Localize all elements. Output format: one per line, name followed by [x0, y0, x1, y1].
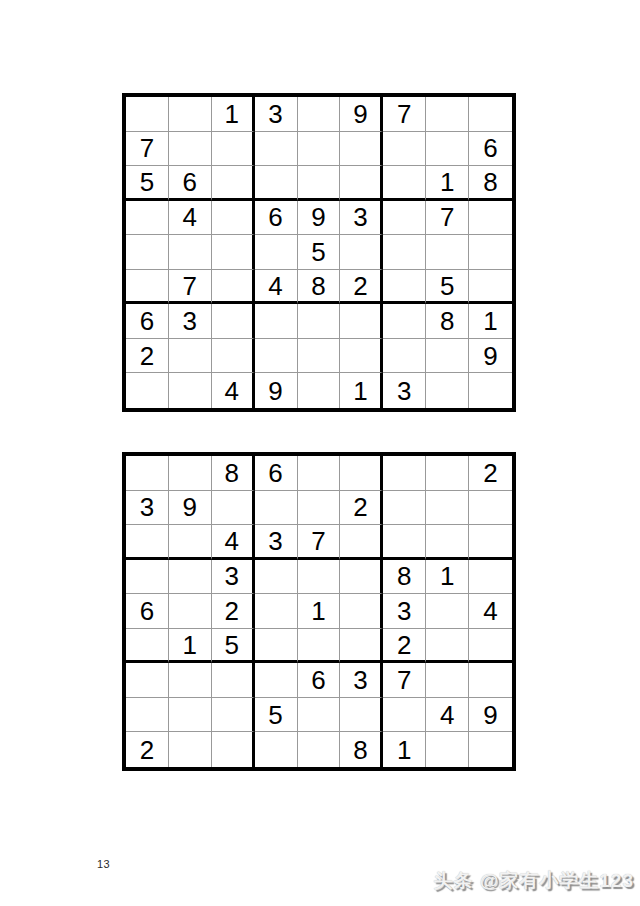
sudoku-cell: [126, 456, 169, 491]
sudoku-cell: [298, 560, 341, 595]
sudoku-cell: 9: [255, 373, 298, 408]
sudoku-cell: 9: [298, 201, 341, 236]
sudoku-cell: [255, 629, 298, 664]
sudoku-cell: 7: [126, 132, 169, 167]
sudoku-cell: [340, 339, 383, 374]
sudoku-cell: 6: [126, 304, 169, 339]
sudoku-cell: [426, 132, 469, 167]
sudoku-cell: 1: [298, 594, 341, 629]
sudoku-cell: [212, 663, 255, 698]
sudoku-cell: 4: [426, 698, 469, 733]
sudoku-cell: [298, 166, 341, 201]
sudoku-cell: 5: [298, 235, 341, 270]
sudoku-cell: 6: [298, 663, 341, 698]
sudoku-cell: [255, 491, 298, 526]
sudoku-cell: [298, 97, 341, 132]
sudoku-cell: [298, 698, 341, 733]
sudoku-cell: [169, 525, 212, 560]
sudoku-cell: [469, 235, 512, 270]
sudoku-cell: [340, 698, 383, 733]
sudoku-cell: [169, 663, 212, 698]
sudoku-cell: 5: [126, 166, 169, 201]
page-number: 13: [97, 858, 110, 870]
sudoku-cell: 6: [126, 594, 169, 629]
sudoku-cell: [169, 698, 212, 733]
sudoku-cell: 1: [169, 629, 212, 664]
sudoku-cell: [469, 560, 512, 595]
sudoku-cell: 2: [340, 491, 383, 526]
sudoku-cell: 4: [469, 594, 512, 629]
sudoku-cell: [340, 304, 383, 339]
sudoku-cell: [469, 270, 512, 305]
sudoku-cell: 6: [469, 132, 512, 167]
sudoku-cell: [383, 235, 426, 270]
sudoku-cell: [383, 166, 426, 201]
sudoku-cell: 6: [255, 201, 298, 236]
sudoku-cell: [169, 594, 212, 629]
sudoku-cell: 3: [383, 594, 426, 629]
sudoku-cell: 2: [469, 456, 512, 491]
sudoku-cell: [469, 97, 512, 132]
sudoku-cell: [126, 97, 169, 132]
sudoku-cell: [469, 491, 512, 526]
sudoku-cell: [340, 235, 383, 270]
sudoku-cell: 3: [340, 201, 383, 236]
sudoku-cell: [255, 560, 298, 595]
sudoku-cell: [469, 525, 512, 560]
sudoku-cell: 4: [255, 270, 298, 305]
sudoku-cell: [426, 456, 469, 491]
sudoku-grid-bottom: 86239243738162134152637549281: [122, 452, 516, 771]
sudoku-cell: [469, 629, 512, 664]
sudoku-cell: [383, 132, 426, 167]
sudoku-cell: [255, 732, 298, 767]
sudoku-cell: [298, 456, 341, 491]
sudoku-cell: [212, 132, 255, 167]
sudoku-cell: 1: [426, 166, 469, 201]
sudoku-cell: 7: [169, 270, 212, 305]
sudoku-cell: [212, 304, 255, 339]
sudoku-cell: [169, 339, 212, 374]
sudoku-cell: 7: [383, 97, 426, 132]
sudoku-cell: [469, 201, 512, 236]
sudoku-cell: [212, 235, 255, 270]
sudoku-cell: [298, 373, 341, 408]
sudoku-cell: 2: [212, 594, 255, 629]
sudoku-cell: 3: [340, 663, 383, 698]
sudoku-cell: 2: [383, 629, 426, 664]
sudoku-cell: [469, 373, 512, 408]
sudoku-cell: 7: [298, 525, 341, 560]
sudoku-cell: [169, 132, 212, 167]
sudoku-cell: 9: [340, 97, 383, 132]
sudoku-cell: 9: [169, 491, 212, 526]
sudoku-cell: [255, 304, 298, 339]
sudoku-cell: [169, 97, 212, 132]
sudoku-cell: [426, 525, 469, 560]
watermark: 头条 @家有小学生123: [433, 868, 634, 894]
sudoku-cell: [255, 339, 298, 374]
sudoku-cell: [340, 594, 383, 629]
sudoku-cell: [298, 304, 341, 339]
sudoku-cell: 2: [126, 732, 169, 767]
sudoku-cell: [212, 491, 255, 526]
sudoku-cell: 1: [340, 373, 383, 408]
sudoku-cell: 9: [469, 339, 512, 374]
sudoku-cell: [126, 663, 169, 698]
sudoku-cell: [298, 339, 341, 374]
sudoku-cell: [340, 456, 383, 491]
sudoku-cell: [169, 560, 212, 595]
sudoku-cell: [298, 629, 341, 664]
sudoku-cell: [212, 270, 255, 305]
sudoku-cell: [126, 560, 169, 595]
sudoku-cell: 8: [426, 304, 469, 339]
sudoku-cell: [126, 270, 169, 305]
sudoku-cell: [383, 270, 426, 305]
sudoku-cell: [126, 698, 169, 733]
sudoku-cell: [426, 235, 469, 270]
sudoku-cell: 8: [298, 270, 341, 305]
sudoku-cell: [255, 594, 298, 629]
sudoku-cell: [426, 629, 469, 664]
sudoku-cell: [426, 491, 469, 526]
sudoku-cell: 3: [212, 560, 255, 595]
sudoku-cell: [426, 97, 469, 132]
sudoku-cell: [298, 732, 341, 767]
sudoku-cell: [255, 166, 298, 201]
sudoku-cell: [426, 594, 469, 629]
sudoku-cell: 1: [212, 97, 255, 132]
sudoku-cell: 6: [255, 456, 298, 491]
sudoku-cell: 4: [212, 373, 255, 408]
sudoku-cell: [255, 235, 298, 270]
sudoku-cell: [469, 663, 512, 698]
sudoku-cell: 8: [469, 166, 512, 201]
sudoku-cell: 3: [169, 304, 212, 339]
sudoku-cell: 3: [383, 373, 426, 408]
sudoku-cell: 5: [212, 629, 255, 664]
sudoku-cell: [383, 698, 426, 733]
sudoku-cell: 7: [383, 663, 426, 698]
sudoku-cell: [340, 525, 383, 560]
sudoku-cell: [212, 201, 255, 236]
sudoku-cell: [383, 201, 426, 236]
sudoku-cell: [469, 732, 512, 767]
sudoku-cell: [126, 373, 169, 408]
sudoku-cell: 8: [212, 456, 255, 491]
sudoku-cell: [298, 491, 341, 526]
sudoku-cell: [383, 456, 426, 491]
sudoku-cell: [126, 629, 169, 664]
sudoku-cell: [298, 132, 341, 167]
sudoku-cell: 6: [169, 166, 212, 201]
sudoku-cell: 3: [255, 97, 298, 132]
sudoku-cell: 4: [212, 525, 255, 560]
sudoku-cell: [212, 732, 255, 767]
sudoku-cell: [126, 525, 169, 560]
sudoku-cell: [169, 373, 212, 408]
sudoku-cell: [340, 560, 383, 595]
sudoku-cell: 7: [426, 201, 469, 236]
sudoku-cell: [340, 629, 383, 664]
sudoku-grid-top: 1397765618469375748256381294913: [122, 93, 516, 412]
sudoku-cell: [340, 166, 383, 201]
sudoku-cell: 4: [169, 201, 212, 236]
sudoku-cell: 9: [469, 698, 512, 733]
sudoku-cell: [426, 732, 469, 767]
sudoku-cell: 1: [469, 304, 512, 339]
sudoku-cell: [169, 732, 212, 767]
sudoku-cell: 1: [383, 732, 426, 767]
sudoku-cell: [340, 132, 383, 167]
sudoku-cell: [212, 339, 255, 374]
sudoku-cell: 5: [255, 698, 298, 733]
worksheet-page: 1397765618469375748256381294913 86239243…: [0, 0, 640, 906]
sudoku-cell: 3: [126, 491, 169, 526]
sudoku-cell: [212, 166, 255, 201]
sudoku-cell: 8: [340, 732, 383, 767]
sudoku-cell: [126, 235, 169, 270]
sudoku-cell: 3: [255, 525, 298, 560]
sudoku-cell: [255, 663, 298, 698]
sudoku-cell: [383, 525, 426, 560]
sudoku-cell: 8: [383, 560, 426, 595]
sudoku-cell: [212, 698, 255, 733]
sudoku-cell: [126, 201, 169, 236]
sudoku-cell: [169, 235, 212, 270]
sudoku-cell: [383, 339, 426, 374]
sudoku-cell: 5: [426, 270, 469, 305]
sudoku-cell: [383, 304, 426, 339]
sudoku-cell: [255, 132, 298, 167]
sudoku-cell: [169, 456, 212, 491]
sudoku-cell: [426, 373, 469, 408]
sudoku-cell: 2: [340, 270, 383, 305]
sudoku-cell: [426, 663, 469, 698]
sudoku-cell: 2: [126, 339, 169, 374]
sudoku-cell: 1: [426, 560, 469, 595]
sudoku-cell: [426, 339, 469, 374]
sudoku-cell: [383, 491, 426, 526]
